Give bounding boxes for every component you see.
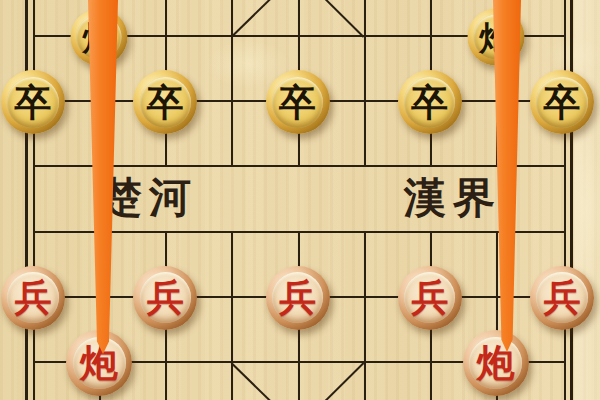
piece-black-soldier[interactable]: 卒 xyxy=(530,70,594,134)
piece-face: 卒 xyxy=(140,77,191,128)
xiangqi-board[interactable]: 楚河 漢界 炮炮卒卒卒卒卒兵兵兵兵兵炮炮 xyxy=(0,0,600,400)
piece-glyph: 炮 xyxy=(80,344,118,382)
piece-black-soldier[interactable]: 卒 xyxy=(266,70,330,134)
piece-face: 卒 xyxy=(272,77,323,128)
piece-face: 卒 xyxy=(404,77,455,128)
piece-red-soldier[interactable]: 兵 xyxy=(398,266,462,330)
piece-black-soldier[interactable]: 卒 xyxy=(398,70,462,134)
piece-face: 兵 xyxy=(272,272,323,323)
piece-glyph: 卒 xyxy=(411,84,448,121)
piece-glyph: 兵 xyxy=(544,279,581,316)
piece-red-soldier[interactable]: 兵 xyxy=(530,266,594,330)
piece-glyph: 卒 xyxy=(279,84,316,121)
piece-black-soldier[interactable]: 卒 xyxy=(1,70,65,134)
piece-glyph: 卒 xyxy=(15,84,52,121)
piece-face: 炮 xyxy=(469,337,522,390)
piece-face: 兵 xyxy=(7,272,58,323)
piece-glyph: 兵 xyxy=(15,279,52,316)
piece-red-cannon[interactable]: 炮 xyxy=(463,330,529,396)
piece-face: 卒 xyxy=(7,77,58,128)
piece-red-soldier[interactable]: 兵 xyxy=(266,266,330,330)
piece-glyph: 炮 xyxy=(477,344,515,382)
piece-glyph: 兵 xyxy=(411,279,448,316)
piece-glyph: 卒 xyxy=(544,84,581,121)
piece-face: 兵 xyxy=(404,272,455,323)
piece-face: 兵 xyxy=(140,272,191,323)
piece-red-soldier[interactable]: 兵 xyxy=(133,266,197,330)
river-label-chu-he: 楚河 xyxy=(100,177,198,221)
piece-face: 卒 xyxy=(536,77,587,128)
piece-face: 兵 xyxy=(536,272,587,323)
piece-red-soldier[interactable]: 兵 xyxy=(1,266,65,330)
piece-glyph: 卒 xyxy=(147,84,184,121)
piece-black-soldier[interactable]: 卒 xyxy=(133,70,197,134)
river-label-han-jie: 漢界 xyxy=(404,177,502,221)
piece-glyph: 兵 xyxy=(147,279,184,316)
piece-glyph: 兵 xyxy=(279,279,316,316)
